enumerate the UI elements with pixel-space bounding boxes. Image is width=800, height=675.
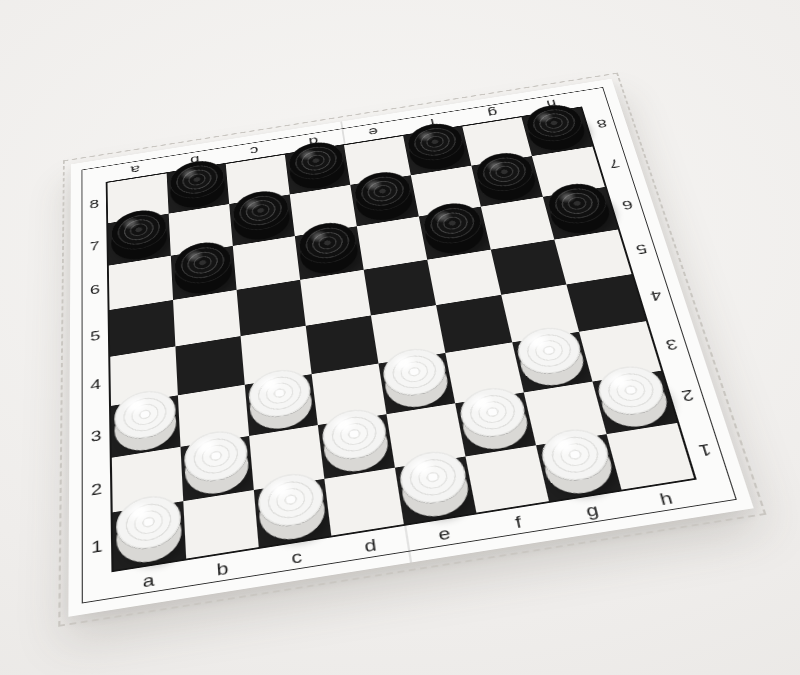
rank-label: 6 — [620, 198, 634, 212]
rank-label: 4 — [90, 376, 101, 392]
file-label: e — [368, 126, 379, 138]
file-label: g — [584, 501, 600, 520]
rank-label: 2 — [680, 388, 696, 405]
file-label: b — [216, 559, 229, 578]
rank-label: 4 — [649, 288, 664, 303]
rank-label: 3 — [91, 427, 102, 444]
square-b1[interactable] — [183, 490, 258, 559]
file-label: h — [658, 489, 675, 507]
rank-label: 5 — [90, 328, 100, 343]
file-label: e — [437, 524, 452, 543]
file-label: c — [290, 547, 302, 566]
rank-label: 1 — [697, 441, 714, 459]
rank-label: 7 — [90, 239, 100, 253]
rank-label: 3 — [664, 336, 679, 352]
rank-label: 8 — [89, 197, 99, 210]
board-sheet: abcdefgh abcdefgh 87654321 87654321 — [68, 79, 753, 617]
square-e1[interactable] — [395, 456, 476, 524]
file-label: a — [130, 163, 140, 176]
rank-label: 1 — [91, 537, 103, 556]
file-label: f — [513, 513, 522, 531]
square-a1[interactable] — [113, 501, 186, 570]
rank-label: 6 — [90, 283, 100, 297]
file-label: d — [363, 535, 377, 554]
rank-label: 7 — [607, 157, 620, 170]
photo-background: abcdefgh abcdefgh 87654321 87654321 — [0, 0, 800, 675]
square-c1[interactable] — [254, 479, 331, 547]
rank-label: 2 — [91, 481, 102, 499]
square-f1[interactable] — [465, 445, 548, 512]
file-label: g — [486, 107, 498, 119]
rank-label: 8 — [595, 117, 608, 130]
board-frame: abcdefgh abcdefgh 87654321 87654321 — [81, 87, 736, 603]
rank-label: 5 — [634, 242, 648, 256]
file-label: a — [143, 570, 155, 589]
square-d1[interactable] — [324, 468, 403, 536]
square-h1[interactable] — [607, 423, 694, 490]
file-label: c — [250, 144, 260, 156]
